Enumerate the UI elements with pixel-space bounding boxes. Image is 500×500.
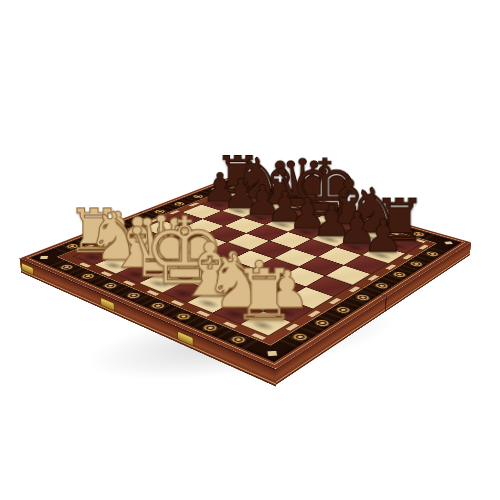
fold-seam-edge [385,297,387,313]
piece-white-rook: ♜ [194,261,336,329]
product-photo-scene: ♜♞♝♛♚♝♞♜♟♟♟♟♟♟♟♟♟♟♟♟♟♟♟♟♜♞♝♛♚♝♞♜ [0,0,500,500]
medallion-ornament [229,335,248,344]
piece-black-pawn: ♟ [322,216,443,259]
